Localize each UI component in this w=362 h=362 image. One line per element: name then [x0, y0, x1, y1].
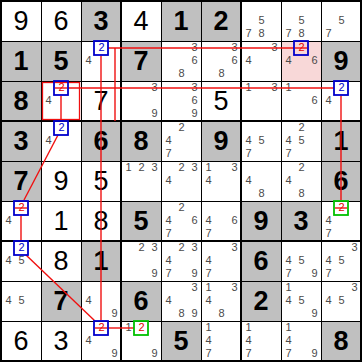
candidate-4: 4	[242, 174, 255, 187]
candidate-2: 2	[95, 321, 108, 334]
candidate-2: 2	[175, 241, 188, 254]
candidate-4: 4	[322, 294, 335, 307]
cell-r6c4[interactable]: 5	[121, 201, 161, 241]
cell-r1c1[interactable]: 9	[1, 1, 41, 41]
solved-digit: 6	[41, 1, 81, 41]
cell-r6c6[interactable]: 467	[201, 201, 241, 241]
cell-r5c7[interactable]: 48	[241, 161, 281, 201]
candidate-4: 4	[322, 254, 335, 267]
candidate-1: 1	[242, 321, 255, 334]
candidate-5: 5	[335, 14, 348, 27]
candidate-9: 9	[308, 267, 321, 280]
cell-r6c1[interactable]: 24	[1, 201, 41, 241]
candidate-4: 4	[282, 134, 295, 147]
cell-r3c2[interactable]: 24	[41, 81, 81, 121]
candidate-5: 5	[295, 294, 308, 307]
candidate-7: 7	[282, 347, 295, 360]
candidate-4: 4	[82, 294, 95, 307]
given-digit: 1	[81, 241, 121, 281]
candidate-3: 3	[148, 81, 161, 94]
candidate-1: 1	[282, 321, 295, 334]
solved-digit: 5	[201, 81, 241, 121]
candidate-5: 5	[15, 294, 28, 307]
cell-r9c6[interactable]: 147	[201, 321, 241, 361]
solved-digit: 5	[81, 161, 121, 201]
candidate-8: 8	[175, 307, 188, 320]
cell-r5c5[interactable]: 234	[161, 161, 201, 201]
candidate-4: 4	[242, 134, 255, 147]
cell-r5c1[interactable]: 7	[1, 161, 41, 201]
candidate-1: 1	[122, 161, 135, 174]
given-digit: 6	[321, 161, 361, 201]
candidate-6: 6	[228, 54, 241, 67]
candidate-8: 8	[215, 307, 228, 320]
sudoku-board: 9634125785785715247368368342469824739369…	[0, 0, 362, 362]
candidate-3: 3	[188, 241, 201, 254]
candidate-8: 8	[295, 187, 308, 200]
cell-r9c2[interactable]: 3	[41, 321, 81, 361]
cell-r1c6[interactable]: 2	[201, 1, 241, 41]
candidate-4: 4	[162, 174, 175, 187]
given-digit: 8	[1, 81, 41, 121]
cell-r2c6[interactable]: 368	[201, 41, 241, 81]
candidate-9: 9	[188, 307, 201, 320]
candidate-7: 7	[282, 267, 295, 280]
candidate-6: 6	[188, 54, 201, 67]
cell-r7c8[interactable]: 4579	[281, 241, 321, 281]
cell-r9c7[interactable]: 147	[241, 321, 281, 361]
given-digit: 1	[161, 1, 201, 41]
candidate-6: 6	[308, 54, 321, 67]
cell-r4c2[interactable]: 24	[41, 121, 81, 161]
candidate-2: 2	[15, 201, 28, 214]
given-digit: 1	[1, 41, 41, 81]
candidate-3: 3	[348, 241, 361, 254]
given-digit: 7	[1, 161, 41, 201]
candidate-3: 3	[228, 241, 241, 254]
candidate-7: 7	[202, 347, 215, 360]
candidate-2: 2	[55, 81, 68, 94]
candidate-2: 2	[335, 201, 348, 214]
cell-r4c5[interactable]: 247	[161, 121, 201, 161]
given-digit: 5	[41, 41, 81, 81]
candidate-5: 5	[335, 294, 348, 307]
candidate-1: 1	[282, 81, 295, 94]
cell-r3c4[interactable]: 39	[121, 81, 161, 121]
candidate-2: 2	[175, 201, 188, 214]
cell-r2c3[interactable]: 24	[81, 41, 121, 81]
cell-r1c9[interactable]: 57	[321, 1, 361, 41]
cell-r1c3[interactable]: 3	[81, 1, 121, 41]
given-digit: 9	[321, 41, 361, 81]
given-digit: 5	[161, 321, 201, 361]
given-digit: 2	[241, 281, 281, 321]
candidate-5: 5	[295, 254, 308, 267]
given-digit: 5	[121, 201, 161, 241]
solved-digit: 3	[41, 321, 81, 361]
given-digit: 3	[281, 201, 321, 241]
candidate-3: 3	[228, 41, 241, 54]
given-digit: 8	[121, 121, 161, 161]
candidate-1: 1	[122, 321, 135, 334]
candidate-2: 2	[335, 81, 348, 94]
candidate-8: 8	[175, 67, 188, 80]
candidate-5: 5	[255, 134, 268, 147]
solved-digit: 1	[41, 201, 81, 241]
candidate-4: 4	[322, 94, 335, 107]
solved-digit: 7	[81, 81, 121, 121]
cell-r4c8[interactable]: 2457	[281, 121, 321, 161]
cell-r6c8[interactable]: 3	[281, 201, 321, 241]
candidate-9: 9	[308, 307, 321, 320]
candidate-2: 2	[15, 241, 28, 254]
candidate-2: 2	[175, 121, 188, 134]
candidate-3: 3	[148, 241, 161, 254]
cell-r1c8[interactable]: 578	[281, 1, 321, 41]
cell-r7c1[interactable]: 245	[1, 241, 41, 281]
cell-r2c1[interactable]: 1	[1, 41, 41, 81]
cell-r4c4[interactable]: 8	[121, 121, 161, 161]
cell-r1c5[interactable]: 1	[161, 1, 201, 41]
candidate-6: 6	[308, 94, 321, 107]
cell-r9c5[interactable]: 5	[161, 321, 201, 361]
cell-r8c2[interactable]: 7	[41, 281, 81, 321]
solved-digit: 9	[41, 161, 81, 201]
candidate-6: 6	[188, 94, 201, 107]
cell-r8c9[interactable]: 345	[321, 281, 361, 321]
candidate-2: 2	[295, 161, 308, 174]
candidate-4: 4	[202, 294, 215, 307]
candidate-1: 1	[202, 321, 215, 334]
candidate-2: 2	[55, 121, 68, 134]
candidate-8: 8	[295, 27, 308, 40]
cell-r4c1[interactable]: 3	[1, 121, 41, 161]
given-digit: 1	[321, 121, 361, 161]
candidate-4: 4	[42, 134, 55, 147]
cell-r7c6[interactable]: 347	[201, 241, 241, 281]
candidate-2: 2	[175, 161, 188, 174]
cell-r3c8[interactable]: 16	[281, 81, 321, 121]
given-digit: 9	[241, 201, 281, 241]
candidate-5: 5	[255, 14, 268, 27]
cell-r5c3[interactable]: 5	[81, 161, 121, 201]
candidate-3: 3	[268, 81, 281, 94]
candidate-4: 4	[2, 294, 15, 307]
candidate-5: 5	[335, 254, 348, 267]
cell-r1c4[interactable]: 4	[121, 1, 161, 41]
candidate-1: 1	[282, 281, 295, 294]
candidate-4: 4	[162, 134, 175, 147]
candidate-1: 1	[242, 81, 255, 94]
cell-r2c2[interactable]: 5	[41, 41, 81, 81]
given-digit: 6	[81, 121, 121, 161]
given-digit: 6	[121, 281, 161, 321]
candidate-7: 7	[162, 267, 175, 280]
candidate-7: 7	[202, 227, 215, 240]
cell-r5c8[interactable]: 248	[281, 161, 321, 201]
cell-r7c4[interactable]: 239	[121, 241, 161, 281]
candidate-3: 3	[228, 281, 241, 294]
cell-r2c9[interactable]: 9	[321, 41, 361, 81]
cell-r7c9[interactable]: 3457	[321, 241, 361, 281]
cell-r6c7[interactable]: 9	[241, 201, 281, 241]
candidate-9: 9	[188, 267, 201, 280]
cell-r5c6[interactable]: 134	[201, 161, 241, 201]
cell-r5c9[interactable]: 6	[321, 161, 361, 201]
candidate-6: 6	[228, 214, 241, 227]
candidate-7: 7	[242, 347, 255, 360]
cell-r3c5[interactable]: 369	[161, 81, 201, 121]
candidate-8: 8	[215, 67, 228, 80]
cell-r7c3[interactable]: 1	[81, 241, 121, 281]
candidate-4: 4	[202, 254, 215, 267]
candidate-2: 2	[295, 41, 308, 54]
candidate-3: 3	[188, 161, 201, 174]
given-digit: 3	[81, 1, 121, 41]
cell-r8c3[interactable]: 49	[81, 281, 121, 321]
candidate-4: 4	[162, 294, 175, 307]
candidate-4: 4	[202, 174, 215, 187]
candidate-4: 4	[202, 334, 215, 347]
cell-r2c8[interactable]: 246	[281, 41, 321, 81]
cell-r9c8[interactable]: 1479	[281, 321, 321, 361]
candidate-2: 2	[95, 41, 108, 54]
cell-r8c4[interactable]: 6	[121, 281, 161, 321]
given-digit: 8	[321, 321, 361, 361]
given-digit: 7	[121, 41, 161, 81]
candidate-7: 7	[162, 147, 175, 160]
candidate-6: 6	[188, 214, 201, 227]
candidate-5: 5	[295, 14, 308, 27]
candidate-4: 4	[242, 54, 255, 67]
candidate-7: 7	[322, 227, 335, 240]
cell-r3c1[interactable]: 8	[1, 81, 41, 121]
candidate-2: 2	[295, 121, 308, 134]
candidate-4: 4	[82, 54, 95, 67]
candidate-3: 3	[148, 161, 161, 174]
cell-r1c7[interactable]: 578	[241, 1, 281, 41]
cell-r7c7[interactable]: 6	[241, 241, 281, 281]
candidate-9: 9	[108, 307, 121, 320]
candidate-3: 3	[188, 281, 201, 294]
candidate-4: 4	[282, 174, 295, 187]
candidate-7: 7	[282, 27, 295, 40]
cell-r9c3[interactable]: 249	[81, 321, 121, 361]
candidate-1: 1	[202, 281, 215, 294]
cell-r3c3[interactable]: 7	[81, 81, 121, 121]
cell-r9c9[interactable]: 8	[321, 321, 361, 361]
cell-r7c5[interactable]: 23479	[161, 241, 201, 281]
candidate-2: 2	[135, 161, 148, 174]
candidate-4: 4	[282, 294, 295, 307]
candidate-7: 7	[322, 27, 335, 40]
candidate-4: 4	[322, 214, 335, 227]
solved-digit: 8	[41, 241, 81, 281]
candidate-9: 9	[148, 267, 161, 280]
cell-r9c4[interactable]: 129	[121, 321, 161, 361]
candidate-4: 4	[2, 254, 15, 267]
given-digit: 9	[201, 121, 241, 161]
given-digit: 2	[201, 1, 241, 41]
candidate-8: 8	[255, 27, 268, 40]
cell-r7c2[interactable]: 8	[41, 241, 81, 281]
candidate-9: 9	[308, 347, 321, 360]
cell-r9c1[interactable]: 6	[1, 321, 41, 361]
candidate-4: 4	[162, 254, 175, 267]
candidate-3: 3	[188, 81, 201, 94]
cell-r8c1[interactable]: 45	[1, 281, 41, 321]
candidate-2: 2	[135, 321, 148, 334]
cell-r8c5[interactable]: 3489	[161, 281, 201, 321]
candidate-9: 9	[148, 347, 161, 360]
solved-digit: 9	[1, 1, 41, 41]
candidate-4: 4	[162, 214, 175, 227]
candidate-9: 9	[188, 107, 201, 120]
cell-r4c3[interactable]: 6	[81, 121, 121, 161]
candidate-4: 4	[42, 94, 55, 107]
cell-r6c9[interactable]: 247	[321, 201, 361, 241]
cell-r5c4[interactable]: 123	[121, 161, 161, 201]
candidate-7: 7	[242, 147, 255, 160]
cell-r2c7[interactable]: 34	[241, 41, 281, 81]
solved-digit: 4	[121, 1, 161, 41]
cell-r3c6[interactable]: 5	[201, 81, 241, 121]
candidate-1: 1	[202, 161, 215, 174]
cell-r3c7[interactable]: 13	[241, 81, 281, 121]
candidate-4: 4	[282, 54, 295, 67]
candidate-8: 8	[255, 187, 268, 200]
cell-r1c2[interactable]: 6	[41, 1, 81, 41]
cell-r8c7[interactable]: 2	[241, 281, 281, 321]
candidate-4: 4	[242, 334, 255, 347]
cell-r4c7[interactable]: 457	[241, 121, 281, 161]
cell-r6c2[interactable]: 1	[41, 201, 81, 241]
solved-digit: 6	[1, 321, 41, 361]
candidate-4: 4	[202, 214, 215, 227]
cell-r2c5[interactable]: 368	[161, 41, 201, 81]
cell-r6c5[interactable]: 2467	[161, 201, 201, 241]
candidate-4: 4	[2, 214, 15, 227]
candidate-7: 7	[162, 227, 175, 240]
given-digit: 6	[241, 241, 281, 281]
candidate-7: 7	[282, 147, 295, 160]
candidate-9: 9	[148, 107, 161, 120]
candidate-3: 3	[268, 41, 281, 54]
given-digit: 3	[1, 121, 41, 161]
candidate-5: 5	[15, 254, 28, 267]
candidate-2: 2	[135, 241, 148, 254]
candidate-3: 3	[228, 161, 241, 174]
cell-r8c6[interactable]: 1348	[201, 281, 241, 321]
candidate-4: 4	[282, 334, 295, 347]
solved-digit: 8	[81, 201, 121, 241]
cell-r4c9[interactable]: 1	[321, 121, 361, 161]
candidate-7: 7	[242, 27, 255, 40]
candidate-7: 7	[202, 267, 215, 280]
cell-r4c6[interactable]: 9	[201, 121, 241, 161]
candidate-4: 4	[82, 334, 95, 347]
cell-r8c8[interactable]: 1459	[281, 281, 321, 321]
cell-r5c2[interactable]: 9	[41, 161, 81, 201]
candidate-3: 3	[348, 281, 361, 294]
given-digit: 7	[41, 281, 81, 321]
candidate-7: 7	[322, 267, 335, 280]
candidate-3: 3	[188, 41, 201, 54]
candidate-4: 4	[282, 254, 295, 267]
cell-r2c4[interactable]: 7	[121, 41, 161, 81]
cell-r6c3[interactable]: 8	[81, 201, 121, 241]
candidate-5: 5	[295, 134, 308, 147]
candidate-9: 9	[108, 347, 121, 360]
cell-r3c9[interactable]: 24	[321, 81, 361, 121]
